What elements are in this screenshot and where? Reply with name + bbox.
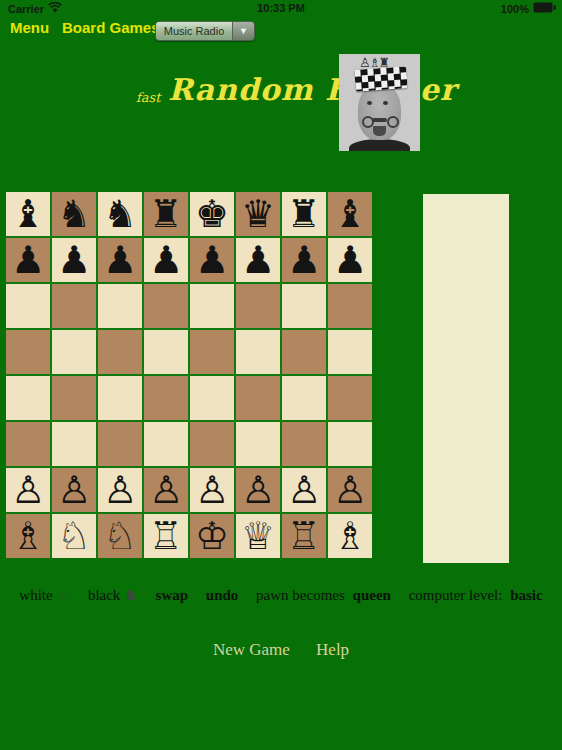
board-square-g3[interactable]	[282, 422, 326, 466]
hat-chess-pieces-icon: ♙♗♜	[359, 55, 388, 70]
portrait-mustache-curl	[387, 116, 399, 128]
black-pawn-piece: ♟	[328, 238, 372, 282]
board-square-b5[interactable]	[52, 330, 96, 374]
promotion-piece-button[interactable]: queen	[353, 587, 391, 603]
board-square-g8[interactable]: ♜	[282, 192, 326, 236]
portrait-eye	[367, 101, 372, 105]
white-knight-piece: ♘	[52, 514, 96, 558]
board-square-c7[interactable]: ♟	[98, 238, 142, 282]
board-square-c4[interactable]	[98, 376, 142, 420]
move-list-panel	[423, 194, 509, 563]
black-king-piece: ♚	[190, 192, 234, 236]
board-square-f1[interactable]: ♕	[236, 514, 280, 558]
board-square-a8[interactable]: ♝	[6, 192, 50, 236]
board-square-a2[interactable]: ♙	[6, 468, 50, 512]
white-pawn-piece: ♙	[52, 468, 96, 512]
dropdown-selected-value: Music Radio	[156, 22, 232, 40]
fischer-portrait-image: ♙♗♜	[339, 54, 420, 151]
board-square-h5[interactable]	[328, 330, 372, 374]
white-pawn-piece: ♙	[236, 468, 280, 512]
board-games-button[interactable]: Board Games	[62, 19, 160, 36]
board-square-f2[interactable]: ♙	[236, 468, 280, 512]
white-knight-piece: ♘	[98, 514, 142, 558]
board-square-d1[interactable]: ♖	[144, 514, 188, 558]
computer-level-button[interactable]: basic	[510, 587, 543, 603]
board-square-e6[interactable]	[190, 284, 234, 328]
board-square-c6[interactable]	[98, 284, 142, 328]
white-pawn-piece: ♙	[144, 468, 188, 512]
portrait-shirt	[349, 139, 410, 151]
footer-links: New Game Help	[0, 640, 562, 660]
black-pawn-piece: ♟	[144, 238, 188, 282]
white-piece-style-icon[interactable]: ♘	[57, 586, 70, 604]
clock: 10:33 PM	[0, 2, 562, 14]
board-square-b4[interactable]	[52, 376, 96, 420]
board-square-d8[interactable]: ♜	[144, 192, 188, 236]
black-pawn-piece: ♟	[282, 238, 326, 282]
board-square-h8[interactable]: ♝	[328, 192, 372, 236]
white-side-label: white	[19, 587, 52, 603]
board-square-d4[interactable]	[144, 376, 188, 420]
board-square-a4[interactable]	[6, 376, 50, 420]
white-rook-piece: ♖	[282, 514, 326, 558]
board-square-d6[interactable]	[144, 284, 188, 328]
board-square-c8[interactable]: ♞	[98, 192, 142, 236]
music-radio-dropdown[interactable]: Music Radio ▼	[155, 21, 255, 41]
board-square-c5[interactable]	[98, 330, 142, 374]
board-square-d2[interactable]: ♙	[144, 468, 188, 512]
title-prefix: fast	[136, 90, 160, 105]
status-bar: Carrier 10:33 PM 100%	[0, 0, 562, 17]
white-pawn-piece: ♙	[282, 468, 326, 512]
board-square-c3[interactable]	[98, 422, 142, 466]
undo-button[interactable]: undo	[206, 587, 239, 603]
battery-percent: 100%	[501, 3, 529, 15]
board-square-e7[interactable]: ♟	[190, 238, 234, 282]
board-square-d5[interactable]	[144, 330, 188, 374]
board-square-g4[interactable]	[282, 376, 326, 420]
board-square-a6[interactable]	[6, 284, 50, 328]
board-square-b6[interactable]	[52, 284, 96, 328]
board-square-c2[interactable]: ♙	[98, 468, 142, 512]
chevron-down-icon: ▼	[232, 22, 254, 40]
board-square-f7[interactable]: ♟	[236, 238, 280, 282]
menu-button[interactable]: Menu	[10, 19, 49, 36]
board-square-h6[interactable]	[328, 284, 372, 328]
black-pawn-piece: ♟	[190, 238, 234, 282]
black-pawn-piece: ♟	[52, 238, 96, 282]
white-bishop-piece: ♗	[6, 514, 50, 558]
board-square-g2[interactable]: ♙	[282, 468, 326, 512]
swap-button[interactable]: swap	[156, 587, 189, 603]
board-square-a5[interactable]	[6, 330, 50, 374]
battery-icon	[533, 2, 556, 15]
board-square-e5[interactable]	[190, 330, 234, 374]
board-square-g5[interactable]	[282, 330, 326, 374]
portrait-goatee	[373, 126, 386, 136]
board-square-g7[interactable]: ♟	[282, 238, 326, 282]
board-square-e1[interactable]: ♔	[190, 514, 234, 558]
black-rook-piece: ♜	[282, 192, 326, 236]
white-pawn-piece: ♙	[98, 468, 142, 512]
board-square-c1[interactable]: ♘	[98, 514, 142, 558]
black-pawn-piece: ♟	[236, 238, 280, 282]
board-square-f6[interactable]	[236, 284, 280, 328]
game-controls: white♘ black♞ swap undo pawn becomes que…	[0, 586, 562, 604]
board-square-g1[interactable]: ♖	[282, 514, 326, 558]
portrait-mustache	[372, 118, 387, 122]
board-square-f4[interactable]	[236, 376, 280, 420]
new-game-button[interactable]: New Game	[213, 640, 290, 659]
board-square-e8[interactable]: ♚	[190, 192, 234, 236]
white-queen-piece: ♕	[236, 514, 280, 558]
board-square-h7[interactable]: ♟	[328, 238, 372, 282]
board-square-h3[interactable]	[328, 422, 372, 466]
board-square-b2[interactable]: ♙	[52, 468, 96, 512]
pawn-becomes-label: pawn becomes	[256, 587, 345, 603]
board-square-b1[interactable]: ♘	[52, 514, 96, 558]
black-bishop-piece: ♝	[328, 192, 372, 236]
black-piece-style-icon[interactable]: ♞	[124, 586, 137, 604]
checkerboard-hat	[354, 66, 407, 92]
computer-level-label: computer level:	[409, 587, 503, 603]
black-knight-piece: ♞	[52, 192, 96, 236]
white-pawn-piece: ♙	[6, 468, 50, 512]
black-rook-piece: ♜	[144, 192, 188, 236]
white-rook-piece: ♖	[144, 514, 188, 558]
board-square-a7[interactable]: ♟	[6, 238, 50, 282]
white-king-piece: ♔	[190, 514, 234, 558]
board-square-b7[interactable]: ♟	[52, 238, 96, 282]
black-pawn-piece: ♟	[6, 238, 50, 282]
board-square-a1[interactable]: ♗	[6, 514, 50, 558]
board-square-b8[interactable]: ♞	[52, 192, 96, 236]
board-square-d7[interactable]: ♟	[144, 238, 188, 282]
board-square-f5[interactable]	[236, 330, 280, 374]
board-square-h2[interactable]: ♙	[328, 468, 372, 512]
white-bishop-piece: ♗	[328, 514, 372, 558]
white-pawn-piece: ♙	[190, 468, 234, 512]
board-square-e3[interactable]	[190, 422, 234, 466]
black-side-label: black	[88, 587, 120, 603]
white-pawn-piece: ♙	[328, 468, 372, 512]
black-knight-piece: ♞	[98, 192, 142, 236]
board-square-e2[interactable]: ♙	[190, 468, 234, 512]
board-square-h4[interactable]	[328, 376, 372, 420]
help-button[interactable]: Help	[316, 640, 349, 659]
black-pawn-piece: ♟	[98, 238, 142, 282]
black-bishop-piece: ♝	[6, 192, 50, 236]
board-square-d3[interactable]	[144, 422, 188, 466]
portrait-eye	[383, 101, 388, 105]
board-square-g6[interactable]	[282, 284, 326, 328]
black-queen-piece: ♛	[236, 192, 280, 236]
chess-board[interactable]: ♝♞♞♜♚♛♜♝♟♟♟♟♟♟♟♟♙♙♙♙♙♙♙♙♗♘♘♖♔♕♖♗	[6, 192, 372, 558]
board-square-f8[interactable]: ♛	[236, 192, 280, 236]
board-square-a3[interactable]	[6, 422, 50, 466]
board-square-f3[interactable]	[236, 422, 280, 466]
board-square-h1[interactable]: ♗	[328, 514, 372, 558]
board-square-e4[interactable]	[190, 376, 234, 420]
board-square-b3[interactable]	[52, 422, 96, 466]
